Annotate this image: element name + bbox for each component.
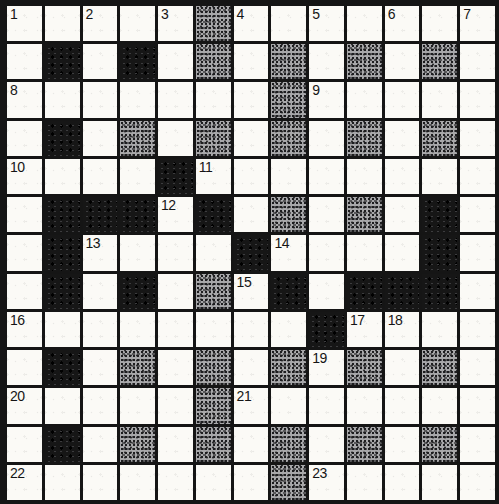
letter-cell-8-10[interactable]: 18 bbox=[385, 312, 420, 347]
letter-cell-0-4[interactable]: 3 bbox=[158, 6, 193, 41]
letter-cell-0-8[interactable]: 5 bbox=[309, 6, 344, 41]
block-cell-9-5 bbox=[196, 350, 231, 385]
letter-cell-6-2[interactable]: 13 bbox=[83, 235, 118, 270]
block-cell-3-9 bbox=[347, 121, 382, 156]
letter-cell-2-0[interactable]: 8 bbox=[7, 82, 42, 117]
letter-cell-12-0[interactable]: 22 bbox=[7, 465, 42, 500]
block-cell-11-7 bbox=[271, 427, 306, 462]
clue-number-18: 18 bbox=[388, 312, 403, 328]
letter-cell-6-8[interactable] bbox=[309, 235, 344, 270]
letter-cell-4-12[interactable] bbox=[460, 159, 495, 194]
clue-number-19: 19 bbox=[312, 350, 327, 366]
letter-cell-5-0[interactable] bbox=[7, 197, 42, 232]
letter-cell-10-1[interactable] bbox=[45, 388, 80, 423]
letter-cell-11-4[interactable] bbox=[158, 427, 193, 462]
letter-cell-3-8[interactable] bbox=[309, 121, 344, 156]
letter-cell-10-3[interactable] bbox=[120, 388, 155, 423]
letter-cell-10-0[interactable]: 20 bbox=[7, 388, 42, 423]
letter-cell-12-8[interactable]: 23 bbox=[309, 465, 344, 500]
block-cell-9-1 bbox=[45, 350, 80, 385]
letter-cell-1-6[interactable] bbox=[234, 44, 269, 79]
letter-cell-8-9[interactable]: 17 bbox=[347, 312, 382, 347]
block-cell-6-11 bbox=[422, 235, 457, 270]
letter-cell-2-10[interactable] bbox=[385, 82, 420, 117]
letter-cell-8-6[interactable] bbox=[234, 312, 269, 347]
letter-cell-10-9[interactable] bbox=[347, 388, 382, 423]
letter-cell-4-0[interactable]: 10 bbox=[7, 159, 42, 194]
letter-cell-9-4[interactable] bbox=[158, 350, 193, 385]
letter-cell-11-8[interactable] bbox=[309, 427, 344, 462]
letter-cell-0-9[interactable] bbox=[347, 6, 382, 41]
letter-cell-2-6[interactable] bbox=[234, 82, 269, 117]
letter-cell-10-12[interactable] bbox=[460, 388, 495, 423]
letter-cell-3-2[interactable] bbox=[83, 121, 118, 156]
crossword-grid: 1234567891011121314151617181920212223 bbox=[0, 0, 499, 504]
letter-cell-6-7[interactable]: 14 bbox=[271, 235, 306, 270]
letter-cell-4-3[interactable] bbox=[120, 159, 155, 194]
letter-cell-4-7[interactable] bbox=[271, 159, 306, 194]
letter-cell-6-9[interactable] bbox=[347, 235, 382, 270]
letter-cell-11-12[interactable] bbox=[460, 427, 495, 462]
block-cell-7-10 bbox=[385, 274, 420, 309]
letter-cell-11-2[interactable] bbox=[83, 427, 118, 462]
letter-cell-2-11[interactable] bbox=[422, 82, 457, 117]
block-cell-3-1 bbox=[45, 121, 80, 156]
block-cell-11-3 bbox=[120, 427, 155, 462]
letter-cell-6-12[interactable] bbox=[460, 235, 495, 270]
letter-cell-10-7[interactable] bbox=[271, 388, 306, 423]
clue-number-15: 15 bbox=[237, 274, 252, 290]
letter-cell-10-2[interactable] bbox=[83, 388, 118, 423]
block-cell-1-3 bbox=[120, 44, 155, 79]
letter-cell-0-0[interactable]: 1 bbox=[7, 6, 42, 41]
letter-cell-3-12[interactable] bbox=[460, 121, 495, 156]
letter-cell-4-5[interactable]: 11 bbox=[196, 159, 231, 194]
block-cell-1-7 bbox=[271, 44, 306, 79]
letter-cell-0-11[interactable] bbox=[422, 6, 457, 41]
letter-cell-10-11[interactable] bbox=[422, 388, 457, 423]
block-cell-8-8 bbox=[309, 312, 344, 347]
letter-cell-5-8[interactable] bbox=[309, 197, 344, 232]
clue-number-14: 14 bbox=[274, 235, 289, 251]
block-cell-4-4 bbox=[158, 159, 193, 194]
block-cell-2-7 bbox=[271, 82, 306, 117]
block-cell-7-11 bbox=[422, 274, 457, 309]
letter-cell-0-12[interactable]: 7 bbox=[460, 6, 495, 41]
letter-cell-6-0[interactable] bbox=[7, 235, 42, 270]
letter-cell-4-9[interactable] bbox=[347, 159, 382, 194]
letter-cell-2-4[interactable] bbox=[158, 82, 193, 117]
block-cell-1-9 bbox=[347, 44, 382, 79]
block-cell-9-11 bbox=[422, 350, 457, 385]
block-cell-7-3 bbox=[120, 274, 155, 309]
block-cell-3-3 bbox=[120, 121, 155, 156]
block-cell-1-11 bbox=[422, 44, 457, 79]
block-cell-7-5 bbox=[196, 274, 231, 309]
block-cell-5-3 bbox=[120, 197, 155, 232]
letter-cell-8-3[interactable] bbox=[120, 312, 155, 347]
letter-cell-12-2[interactable] bbox=[83, 465, 118, 500]
block-cell-11-1 bbox=[45, 427, 80, 462]
letter-cell-5-12[interactable] bbox=[460, 197, 495, 232]
letter-cell-7-2[interactable] bbox=[83, 274, 118, 309]
letter-cell-12-6[interactable] bbox=[234, 465, 269, 500]
letter-cell-8-7[interactable] bbox=[271, 312, 306, 347]
letter-cell-11-10[interactable] bbox=[385, 427, 420, 462]
block-cell-1-5 bbox=[196, 44, 231, 79]
letter-cell-0-3[interactable] bbox=[120, 6, 155, 41]
clue-number-10: 10 bbox=[10, 159, 25, 175]
letter-cell-1-8[interactable] bbox=[309, 44, 344, 79]
clue-number-4: 4 bbox=[237, 6, 244, 22]
letter-cell-1-2[interactable] bbox=[83, 44, 118, 79]
clue-number-3: 3 bbox=[161, 6, 168, 22]
letter-cell-4-1[interactable] bbox=[45, 159, 80, 194]
letter-cell-11-0[interactable] bbox=[7, 427, 42, 462]
letter-cell-9-8[interactable]: 19 bbox=[309, 350, 344, 385]
letter-cell-2-3[interactable] bbox=[120, 82, 155, 117]
letter-cell-3-4[interactable] bbox=[158, 121, 193, 156]
letter-cell-4-6[interactable] bbox=[234, 159, 269, 194]
letter-cell-8-4[interactable] bbox=[158, 312, 193, 347]
clue-number-21: 21 bbox=[237, 388, 252, 404]
letter-cell-0-10[interactable]: 6 bbox=[385, 6, 420, 41]
clue-number-17: 17 bbox=[350, 312, 365, 328]
letter-cell-12-5[interactable] bbox=[196, 465, 231, 500]
block-cell-3-11 bbox=[422, 121, 457, 156]
letter-cell-8-12[interactable] bbox=[460, 312, 495, 347]
block-cell-1-1 bbox=[45, 44, 80, 79]
letter-cell-3-6[interactable] bbox=[234, 121, 269, 156]
letter-cell-12-4[interactable] bbox=[158, 465, 193, 500]
clue-number-13: 13 bbox=[86, 235, 101, 251]
letter-cell-2-1[interactable] bbox=[45, 82, 80, 117]
block-cell-9-7 bbox=[271, 350, 306, 385]
letter-cell-0-6[interactable]: 4 bbox=[234, 6, 269, 41]
block-cell-10-5 bbox=[196, 388, 231, 423]
letter-cell-0-2[interactable]: 2 bbox=[83, 6, 118, 41]
clue-number-23: 23 bbox=[312, 465, 327, 481]
clue-number-11: 11 bbox=[199, 159, 213, 175]
letter-cell-5-10[interactable] bbox=[385, 197, 420, 232]
block-cell-6-6 bbox=[234, 235, 269, 270]
letter-cell-11-6[interactable] bbox=[234, 427, 269, 462]
letter-cell-3-10[interactable] bbox=[385, 121, 420, 156]
clue-number-22: 22 bbox=[10, 465, 25, 481]
letter-cell-2-5[interactable] bbox=[196, 82, 231, 117]
letter-cell-5-6[interactable] bbox=[234, 197, 269, 232]
block-cell-5-11 bbox=[422, 197, 457, 232]
block-cell-0-5 bbox=[196, 6, 231, 41]
letter-cell-8-0[interactable]: 16 bbox=[7, 312, 42, 347]
letter-cell-1-4[interactable] bbox=[158, 44, 193, 79]
letter-cell-3-0[interactable] bbox=[7, 121, 42, 156]
letter-cell-9-10[interactable] bbox=[385, 350, 420, 385]
block-cell-5-2 bbox=[83, 197, 118, 232]
letter-cell-4-2[interactable] bbox=[83, 159, 118, 194]
clue-number-6: 6 bbox=[388, 6, 395, 22]
letter-cell-10-8[interactable] bbox=[309, 388, 344, 423]
letter-cell-8-2[interactable] bbox=[83, 312, 118, 347]
letter-cell-7-8[interactable] bbox=[309, 274, 344, 309]
letter-cell-7-0[interactable] bbox=[7, 274, 42, 309]
letter-cell-1-10[interactable] bbox=[385, 44, 420, 79]
clue-number-2: 2 bbox=[86, 6, 93, 22]
block-cell-3-5 bbox=[196, 121, 231, 156]
block-cell-9-9 bbox=[347, 350, 382, 385]
letter-cell-8-5[interactable] bbox=[196, 312, 231, 347]
letter-cell-8-1[interactable] bbox=[45, 312, 80, 347]
clue-number-9: 9 bbox=[312, 82, 319, 98]
block-cell-5-7 bbox=[271, 197, 306, 232]
block-cell-7-9 bbox=[347, 274, 382, 309]
clue-number-1: 1 bbox=[10, 6, 17, 22]
letter-cell-9-12[interactable] bbox=[460, 350, 495, 385]
block-cell-5-9 bbox=[347, 197, 382, 232]
letter-cell-0-7[interactable] bbox=[271, 6, 306, 41]
letter-cell-10-10[interactable] bbox=[385, 388, 420, 423]
letter-cell-7-4[interactable] bbox=[158, 274, 193, 309]
clue-number-5: 5 bbox=[312, 6, 319, 22]
block-cell-7-7 bbox=[271, 274, 306, 309]
letter-cell-1-12[interactable] bbox=[460, 44, 495, 79]
block-cell-5-5 bbox=[196, 197, 231, 232]
block-cell-11-11 bbox=[422, 427, 457, 462]
block-cell-9-3 bbox=[120, 350, 155, 385]
letter-cell-12-10[interactable] bbox=[385, 465, 420, 500]
letter-cell-6-3[interactable] bbox=[120, 235, 155, 270]
letter-cell-1-0[interactable] bbox=[7, 44, 42, 79]
letter-cell-9-2[interactable] bbox=[83, 350, 118, 385]
letter-cell-2-8[interactable]: 9 bbox=[309, 82, 344, 117]
letter-cell-6-10[interactable] bbox=[385, 235, 420, 270]
letter-cell-7-6[interactable]: 15 bbox=[234, 274, 269, 309]
clue-number-20: 20 bbox=[10, 388, 25, 404]
block-cell-6-1 bbox=[45, 235, 80, 270]
letter-cell-9-6[interactable] bbox=[234, 350, 269, 385]
letter-cell-12-12[interactable] bbox=[460, 465, 495, 500]
letter-cell-8-11[interactable] bbox=[422, 312, 457, 347]
letter-cell-12-9[interactable] bbox=[347, 465, 382, 500]
letter-cell-9-0[interactable] bbox=[7, 350, 42, 385]
letter-cell-12-3[interactable] bbox=[120, 465, 155, 500]
letter-cell-4-8[interactable] bbox=[309, 159, 344, 194]
clue-number-8: 8 bbox=[10, 82, 17, 98]
letter-cell-4-10[interactable] bbox=[385, 159, 420, 194]
letter-cell-12-11[interactable] bbox=[422, 465, 457, 500]
block-cell-12-7 bbox=[271, 465, 306, 500]
letter-cell-6-5[interactable] bbox=[196, 235, 231, 270]
block-cell-7-1 bbox=[45, 274, 80, 309]
letter-cell-2-9[interactable] bbox=[347, 82, 382, 117]
block-cell-11-5 bbox=[196, 427, 231, 462]
letter-cell-2-12[interactable] bbox=[460, 82, 495, 117]
letter-cell-2-2[interactable] bbox=[83, 82, 118, 117]
letter-cell-5-4[interactable]: 12 bbox=[158, 197, 193, 232]
block-cell-11-9 bbox=[347, 427, 382, 462]
block-cell-5-1 bbox=[45, 197, 80, 232]
letter-cell-6-4[interactable] bbox=[158, 235, 193, 270]
letter-cell-10-4[interactable] bbox=[158, 388, 193, 423]
clue-number-12: 12 bbox=[161, 197, 176, 213]
clue-number-7: 7 bbox=[463, 6, 470, 22]
letter-cell-7-12[interactable] bbox=[460, 274, 495, 309]
letter-cell-0-1[interactable] bbox=[45, 6, 80, 41]
block-cell-3-7 bbox=[271, 121, 306, 156]
letter-cell-10-6[interactable]: 21 bbox=[234, 388, 269, 423]
letter-cell-4-11[interactable] bbox=[422, 159, 457, 194]
clue-number-16: 16 bbox=[10, 312, 25, 328]
letter-cell-12-1[interactable] bbox=[45, 465, 80, 500]
